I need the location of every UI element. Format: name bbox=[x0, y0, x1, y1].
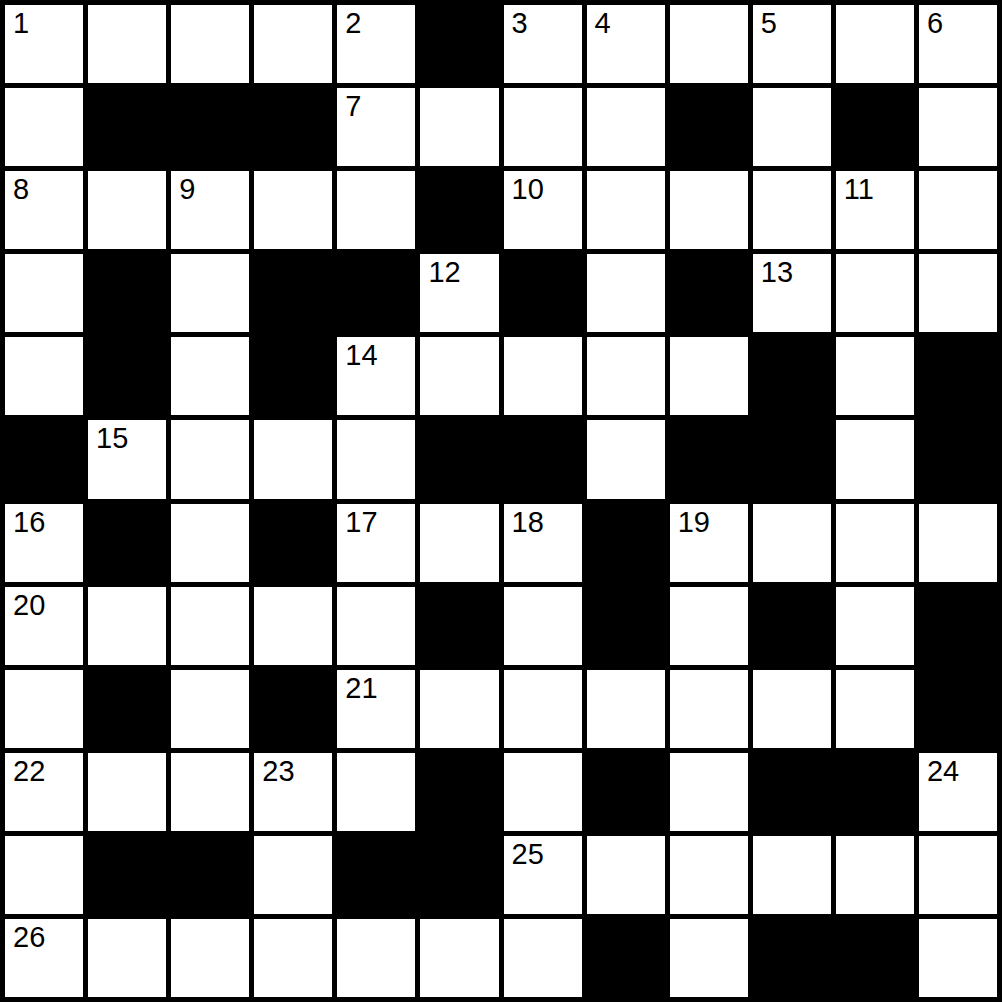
clue-number-20: 20 bbox=[13, 590, 45, 620]
black-cell-r6c1 bbox=[88, 504, 166, 582]
black-cell-r1c1 bbox=[88, 88, 166, 166]
white-cell-r11c2[interactable] bbox=[171, 919, 249, 997]
clue-number-1: 1 bbox=[13, 8, 29, 38]
black-cell-r5c6 bbox=[504, 420, 582, 498]
white-cell-r1c4[interactable]: 7 bbox=[337, 88, 415, 166]
white-cell-r2c1[interactable] bbox=[88, 171, 166, 249]
white-cell-r10c9[interactable] bbox=[753, 836, 831, 914]
white-cell-r8c0[interactable] bbox=[5, 670, 83, 748]
white-cell-r9c6[interactable] bbox=[504, 753, 582, 831]
white-cell-r6c4[interactable]: 17 bbox=[337, 504, 415, 582]
black-cell-r5c5 bbox=[420, 420, 498, 498]
white-cell-r5c2[interactable] bbox=[171, 420, 249, 498]
white-cell-r5c10[interactable] bbox=[836, 420, 914, 498]
white-cell-r0c1[interactable] bbox=[88, 5, 166, 83]
white-cell-r8c9[interactable] bbox=[753, 670, 831, 748]
white-cell-r4c10[interactable] bbox=[836, 337, 914, 415]
crossword-board: 1234567891011121314151617181920212223242… bbox=[0, 0, 1002, 1002]
white-cell-r10c8[interactable] bbox=[670, 836, 748, 914]
clue-number-3: 3 bbox=[512, 8, 528, 38]
white-cell-r0c7[interactable]: 4 bbox=[587, 5, 665, 83]
white-cell-r7c6[interactable] bbox=[504, 587, 582, 665]
white-cell-r0c9[interactable]: 5 bbox=[753, 5, 831, 83]
white-cell-r4c0[interactable] bbox=[5, 337, 83, 415]
white-cell-r8c2[interactable] bbox=[171, 670, 249, 748]
white-cell-r8c7[interactable] bbox=[587, 670, 665, 748]
white-cell-r0c6[interactable]: 3 bbox=[504, 5, 582, 83]
white-cell-r3c2[interactable] bbox=[171, 254, 249, 332]
black-cell-r1c2 bbox=[171, 88, 249, 166]
white-cell-r0c8[interactable] bbox=[670, 5, 748, 83]
white-cell-r2c10[interactable]: 11 bbox=[836, 171, 914, 249]
white-cell-r7c8[interactable] bbox=[670, 587, 748, 665]
white-cell-r11c11[interactable] bbox=[919, 919, 997, 997]
clue-number-4: 4 bbox=[595, 8, 611, 38]
white-cell-r10c10[interactable] bbox=[836, 836, 914, 914]
white-cell-r0c10[interactable] bbox=[836, 5, 914, 83]
white-cell-r9c2[interactable] bbox=[171, 753, 249, 831]
black-cell-r5c11 bbox=[919, 420, 997, 498]
black-cell-r10c1 bbox=[88, 836, 166, 914]
black-cell-r3c4 bbox=[337, 254, 415, 332]
white-cell-r6c10[interactable] bbox=[836, 504, 914, 582]
white-cell-r2c4[interactable] bbox=[337, 171, 415, 249]
black-cell-r1c10 bbox=[836, 88, 914, 166]
white-cell-r7c3[interactable] bbox=[254, 587, 332, 665]
black-cell-r10c5 bbox=[420, 836, 498, 914]
white-cell-r7c2[interactable] bbox=[171, 587, 249, 665]
white-cell-r11c6[interactable] bbox=[504, 919, 582, 997]
black-cell-r5c8 bbox=[670, 420, 748, 498]
black-cell-r3c1 bbox=[88, 254, 166, 332]
white-cell-r1c7[interactable] bbox=[587, 88, 665, 166]
black-cell-r6c3 bbox=[254, 504, 332, 582]
white-cell-r10c11[interactable] bbox=[919, 836, 997, 914]
white-cell-r6c9[interactable] bbox=[753, 504, 831, 582]
white-cell-r4c5[interactable] bbox=[420, 337, 498, 415]
black-cell-r7c9 bbox=[753, 587, 831, 665]
white-cell-r2c0[interactable]: 8 bbox=[5, 171, 83, 249]
white-cell-r6c0[interactable]: 16 bbox=[5, 504, 83, 582]
clue-number-2: 2 bbox=[345, 8, 361, 38]
black-cell-r6c7 bbox=[587, 504, 665, 582]
white-cell-r3c9[interactable]: 13 bbox=[753, 254, 831, 332]
black-cell-r9c10 bbox=[836, 753, 914, 831]
white-cell-r7c0[interactable]: 20 bbox=[5, 587, 83, 665]
black-cell-r10c4 bbox=[337, 836, 415, 914]
white-cell-r3c11[interactable] bbox=[919, 254, 997, 332]
clue-number-17: 17 bbox=[345, 507, 377, 537]
black-cell-r7c7 bbox=[587, 587, 665, 665]
black-cell-r11c7 bbox=[587, 919, 665, 997]
black-cell-r4c11 bbox=[919, 337, 997, 415]
white-cell-r10c6[interactable]: 25 bbox=[504, 836, 582, 914]
clue-number-14: 14 bbox=[345, 340, 377, 370]
white-cell-r4c6[interactable] bbox=[504, 337, 582, 415]
white-cell-r8c4[interactable]: 21 bbox=[337, 670, 415, 748]
black-cell-r9c5 bbox=[420, 753, 498, 831]
white-cell-r9c4[interactable] bbox=[337, 753, 415, 831]
clue-number-24: 24 bbox=[927, 756, 959, 786]
white-cell-r7c10[interactable] bbox=[836, 587, 914, 665]
white-cell-r5c1[interactable]: 15 bbox=[88, 420, 166, 498]
white-cell-r0c3[interactable] bbox=[254, 5, 332, 83]
black-cell-r3c3 bbox=[254, 254, 332, 332]
white-cell-r10c7[interactable] bbox=[587, 836, 665, 914]
clue-number-23: 23 bbox=[262, 756, 294, 786]
white-cell-r5c3[interactable] bbox=[254, 420, 332, 498]
white-cell-r9c0[interactable]: 22 bbox=[5, 753, 83, 831]
white-cell-r7c4[interactable] bbox=[337, 587, 415, 665]
black-cell-r8c1 bbox=[88, 670, 166, 748]
black-cell-r9c9 bbox=[753, 753, 831, 831]
clue-number-15: 15 bbox=[96, 423, 128, 453]
clue-number-18: 18 bbox=[512, 507, 544, 537]
black-cell-r1c8 bbox=[670, 88, 748, 166]
white-cell-r8c8[interactable] bbox=[670, 670, 748, 748]
white-cell-r6c2[interactable] bbox=[171, 504, 249, 582]
white-cell-r3c7[interactable] bbox=[587, 254, 665, 332]
white-cell-r9c11[interactable]: 24 bbox=[919, 753, 997, 831]
white-cell-r6c8[interactable]: 19 bbox=[670, 504, 748, 582]
black-cell-r3c6 bbox=[504, 254, 582, 332]
black-cell-r4c9 bbox=[753, 337, 831, 415]
white-cell-r10c0[interactable] bbox=[5, 836, 83, 914]
white-cell-r4c2[interactable] bbox=[171, 337, 249, 415]
white-cell-r0c4[interactable]: 2 bbox=[337, 5, 415, 83]
white-cell-r3c5[interactable]: 12 bbox=[420, 254, 498, 332]
white-cell-r1c5[interactable] bbox=[420, 88, 498, 166]
clue-number-7: 7 bbox=[345, 91, 361, 121]
white-cell-r1c6[interactable] bbox=[504, 88, 582, 166]
black-cell-r10c2 bbox=[171, 836, 249, 914]
white-cell-r7c1[interactable] bbox=[88, 587, 166, 665]
clue-number-9: 9 bbox=[179, 174, 195, 204]
black-cell-r2c5 bbox=[420, 171, 498, 249]
black-cell-r4c1 bbox=[88, 337, 166, 415]
white-cell-r9c1[interactable] bbox=[88, 753, 166, 831]
clue-number-19: 19 bbox=[678, 507, 710, 537]
white-cell-r11c1[interactable] bbox=[88, 919, 166, 997]
white-cell-r4c7[interactable] bbox=[587, 337, 665, 415]
clue-number-8: 8 bbox=[13, 174, 29, 204]
white-cell-r4c8[interactable] bbox=[670, 337, 748, 415]
white-cell-r9c3[interactable]: 23 bbox=[254, 753, 332, 831]
clue-number-25: 25 bbox=[512, 839, 544, 869]
white-cell-r0c11[interactable]: 6 bbox=[919, 5, 997, 83]
black-cell-r1c3 bbox=[254, 88, 332, 166]
black-cell-r9c7 bbox=[587, 753, 665, 831]
white-cell-r0c0[interactable]: 1 bbox=[5, 5, 83, 83]
black-cell-r5c9 bbox=[753, 420, 831, 498]
white-cell-r3c0[interactable] bbox=[5, 254, 83, 332]
black-cell-r3c8 bbox=[670, 254, 748, 332]
black-cell-r7c5 bbox=[420, 587, 498, 665]
white-cell-r2c11[interactable] bbox=[919, 171, 997, 249]
white-cell-r11c5[interactable] bbox=[420, 919, 498, 997]
white-cell-r3c10[interactable] bbox=[836, 254, 914, 332]
black-cell-r8c11 bbox=[919, 670, 997, 748]
white-cell-r4c4[interactable]: 14 bbox=[337, 337, 415, 415]
white-cell-r5c7[interactable] bbox=[587, 420, 665, 498]
white-cell-r8c5[interactable] bbox=[420, 670, 498, 748]
white-cell-r11c3[interactable] bbox=[254, 919, 332, 997]
white-cell-r8c6[interactable] bbox=[504, 670, 582, 748]
white-cell-r1c0[interactable] bbox=[5, 88, 83, 166]
white-cell-r2c2[interactable]: 9 bbox=[171, 171, 249, 249]
white-cell-r6c11[interactable] bbox=[919, 504, 997, 582]
clue-number-6: 6 bbox=[927, 8, 943, 38]
white-cell-r9c8[interactable] bbox=[670, 753, 748, 831]
white-cell-r11c0[interactable]: 26 bbox=[5, 919, 83, 997]
clue-number-26: 26 bbox=[13, 922, 45, 952]
clue-number-5: 5 bbox=[761, 8, 777, 38]
black-cell-r4c3 bbox=[254, 337, 332, 415]
clue-number-11: 11 bbox=[844, 174, 874, 204]
white-cell-r10c3[interactable] bbox=[254, 836, 332, 914]
white-cell-r2c9[interactable] bbox=[753, 171, 831, 249]
black-cell-r5c0 bbox=[5, 420, 83, 498]
black-cell-r11c10 bbox=[836, 919, 914, 997]
white-cell-r11c4[interactable] bbox=[337, 919, 415, 997]
white-cell-r6c6[interactable]: 18 bbox=[504, 504, 582, 582]
clue-number-16: 16 bbox=[13, 507, 45, 537]
white-cell-r5c4[interactable] bbox=[337, 420, 415, 498]
clue-number-13: 13 bbox=[761, 257, 793, 287]
black-cell-r7c11 bbox=[919, 587, 997, 665]
clue-number-22: 22 bbox=[13, 756, 45, 786]
white-cell-r0c2[interactable] bbox=[171, 5, 249, 83]
white-cell-r8c10[interactable] bbox=[836, 670, 914, 748]
white-cell-r11c8[interactable] bbox=[670, 919, 748, 997]
white-cell-r2c6[interactable]: 10 bbox=[504, 171, 582, 249]
black-cell-r0c5 bbox=[420, 5, 498, 83]
clue-number-12: 12 bbox=[428, 257, 460, 287]
clue-number-21: 21 bbox=[345, 673, 377, 703]
white-cell-r6c5[interactable] bbox=[420, 504, 498, 582]
clue-number-10: 10 bbox=[512, 174, 544, 204]
white-cell-r2c7[interactable] bbox=[587, 171, 665, 249]
black-cell-r11c9 bbox=[753, 919, 831, 997]
black-cell-r8c3 bbox=[254, 670, 332, 748]
white-cell-r2c3[interactable] bbox=[254, 171, 332, 249]
white-cell-r2c8[interactable] bbox=[670, 171, 748, 249]
white-cell-r1c11[interactable] bbox=[919, 88, 997, 166]
white-cell-r1c9[interactable] bbox=[753, 88, 831, 166]
